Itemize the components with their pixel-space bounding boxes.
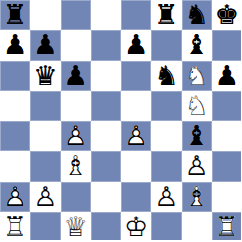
white-pawn-outline-glyph: ♙ — [0, 182, 30, 212]
square-g6[interactable]: ♞♘ — [182, 61, 212, 91]
piece-white-queen-c1[interactable]: ♛♕ — [61, 212, 91, 242]
white-rook-outline-glyph: ♖ — [212, 212, 242, 242]
square-a2[interactable]: ♟♙ — [0, 182, 30, 212]
square-b7[interactable]: ♟♙ — [30, 30, 60, 60]
white-bishop-outline-glyph: ♗ — [61, 151, 91, 181]
black-rook-outline-glyph: ♖ — [0, 0, 30, 30]
piece-white-pawn-c4[interactable]: ♟♙ — [61, 121, 91, 151]
black-pawn-outline-glyph: ♙ — [212, 61, 242, 91]
square-d1[interactable] — [91, 212, 121, 242]
white-rook-outline-glyph: ♖ — [0, 212, 30, 242]
square-e3[interactable] — [121, 151, 151, 181]
square-g2[interactable]: ♝♗ — [182, 182, 212, 212]
piece-white-rook-h1[interactable]: ♜♖ — [212, 212, 242, 242]
white-knight-outline-glyph: ♘ — [182, 91, 212, 121]
piece-white-pawn-f2[interactable]: ♟♙ — [151, 182, 181, 212]
square-c6[interactable]: ♟♙ — [61, 61, 91, 91]
square-a5[interactable] — [0, 91, 30, 121]
square-b6[interactable]: ♛♕ — [30, 61, 60, 91]
square-g3[interactable]: ♟♙ — [182, 151, 212, 181]
piece-white-pawn-a2[interactable]: ♟♙ — [0, 182, 30, 212]
piece-black-rook-a8[interactable]: ♜♖ — [0, 0, 30, 30]
piece-black-bishop-g4[interactable]: ♝♗ — [182, 121, 212, 151]
white-bishop-outline-glyph: ♗ — [182, 182, 212, 212]
square-h2[interactable] — [212, 182, 242, 212]
square-d8[interactable] — [91, 0, 121, 30]
chess-board-wrapper: ♜♖♜♖♞♘♚♔♟♙♟♙♟♙♝♗♛♕♟♙♞♘♞♘♟♙♞♘♟♙♟♙♝♗♝♗♟♙♟♙… — [0, 0, 242, 242]
piece-black-pawn-c6[interactable]: ♟♙ — [61, 61, 91, 91]
square-f7[interactable] — [151, 30, 181, 60]
square-f3[interactable] — [151, 151, 181, 181]
piece-black-queen-b6[interactable]: ♛♕ — [30, 61, 60, 91]
square-e8[interactable] — [121, 0, 151, 30]
square-b2[interactable]: ♟♙ — [30, 182, 60, 212]
white-king-outline-glyph: ♔ — [121, 212, 151, 242]
square-f5[interactable] — [151, 91, 181, 121]
piece-white-rook-a1[interactable]: ♜♖ — [0, 212, 30, 242]
black-rook-outline-glyph: ♖ — [151, 0, 181, 30]
square-a1[interactable]: ♜♖ — [0, 212, 30, 242]
piece-white-knight-g6[interactable]: ♞♘ — [182, 61, 212, 91]
piece-white-bishop-c3[interactable]: ♝♗ — [61, 151, 91, 181]
square-c7[interactable] — [61, 30, 91, 60]
square-a4[interactable] — [0, 121, 30, 151]
square-a7[interactable]: ♟♙ — [0, 30, 30, 60]
square-d3[interactable] — [91, 151, 121, 181]
square-b3[interactable] — [30, 151, 60, 181]
black-pawn-outline-glyph: ♙ — [30, 30, 60, 60]
square-d5[interactable] — [91, 91, 121, 121]
square-b1[interactable] — [30, 212, 60, 242]
square-h3[interactable] — [212, 151, 242, 181]
square-d4[interactable] — [91, 121, 121, 151]
white-knight-outline-glyph: ♘ — [182, 61, 212, 91]
black-king-outline-glyph: ♔ — [212, 0, 242, 30]
square-e2[interactable] — [121, 182, 151, 212]
square-d6[interactable] — [91, 61, 121, 91]
black-pawn-outline-glyph: ♙ — [0, 30, 30, 60]
piece-black-bishop-g7[interactable]: ♝♗ — [182, 30, 212, 60]
piece-black-pawn-e7[interactable]: ♟♙ — [121, 30, 151, 60]
white-queen-outline-glyph: ♕ — [61, 212, 91, 242]
piece-white-pawn-g3[interactable]: ♟♙ — [182, 151, 212, 181]
black-bishop-outline-glyph: ♗ — [182, 121, 212, 151]
piece-white-knight-g5[interactable]: ♞♘ — [182, 91, 212, 121]
square-e7[interactable]: ♟♙ — [121, 30, 151, 60]
black-queen-outline-glyph: ♕ — [30, 61, 60, 91]
piece-black-pawn-h6[interactable]: ♟♙ — [212, 61, 242, 91]
square-e1[interactable]: ♚♔ — [121, 212, 151, 242]
square-g8[interactable]: ♞♘ — [182, 0, 212, 30]
square-c3[interactable]: ♝♗ — [61, 151, 91, 181]
square-h6[interactable]: ♟♙ — [212, 61, 242, 91]
piece-black-knight-g8[interactable]: ♞♘ — [182, 0, 212, 30]
square-c5[interactable] — [61, 91, 91, 121]
piece-black-knight-f6[interactable]: ♞♘ — [151, 61, 181, 91]
square-f2[interactable]: ♟♙ — [151, 182, 181, 212]
square-g1[interactable] — [182, 212, 212, 242]
square-a3[interactable] — [0, 151, 30, 181]
square-c4[interactable]: ♟♙ — [61, 121, 91, 151]
white-pawn-outline-glyph: ♙ — [182, 151, 212, 181]
square-f1[interactable] — [151, 212, 181, 242]
square-g4[interactable]: ♝♗ — [182, 121, 212, 151]
square-b8[interactable] — [30, 0, 60, 30]
piece-black-king-h8[interactable]: ♚♔ — [212, 0, 242, 30]
square-b4[interactable] — [30, 121, 60, 151]
black-pawn-outline-glyph: ♙ — [61, 61, 91, 91]
piece-black-pawn-a7[interactable]: ♟♙ — [0, 30, 30, 60]
square-c8[interactable] — [61, 0, 91, 30]
square-f8[interactable]: ♜♖ — [151, 0, 181, 30]
white-pawn-outline-glyph: ♙ — [121, 121, 151, 151]
piece-white-pawn-e4[interactable]: ♟♙ — [121, 121, 151, 151]
black-knight-outline-glyph: ♘ — [182, 0, 212, 30]
square-h4[interactable] — [212, 121, 242, 151]
square-a8[interactable]: ♜♖ — [0, 0, 30, 30]
square-f6[interactable]: ♞♘ — [151, 61, 181, 91]
black-knight-outline-glyph: ♘ — [151, 61, 181, 91]
square-f4[interactable] — [151, 121, 181, 151]
square-d7[interactable] — [91, 30, 121, 60]
piece-white-pawn-b2[interactable]: ♟♙ — [30, 182, 60, 212]
square-d2[interactable] — [91, 182, 121, 212]
square-h7[interactable] — [212, 30, 242, 60]
black-pawn-outline-glyph: ♙ — [121, 30, 151, 60]
chess-board: ♜♖♜♖♞♘♚♔♟♙♟♙♟♙♝♗♛♕♟♙♞♘♞♘♟♙♞♘♟♙♟♙♝♗♝♗♟♙♟♙… — [0, 0, 242, 242]
square-e6[interactable] — [121, 61, 151, 91]
black-bishop-outline-glyph: ♗ — [182, 30, 212, 60]
square-c2[interactable] — [61, 182, 91, 212]
square-h8[interactable]: ♚♔ — [212, 0, 242, 30]
square-e4[interactable]: ♟♙ — [121, 121, 151, 151]
piece-white-king-e1[interactable]: ♚♔ — [121, 212, 151, 242]
square-h5[interactable] — [212, 91, 242, 121]
piece-white-bishop-g2[interactable]: ♝♗ — [182, 182, 212, 212]
square-g7[interactable]: ♝♗ — [182, 30, 212, 60]
square-e5[interactable] — [121, 91, 151, 121]
piece-black-rook-f8[interactable]: ♜♖ — [151, 0, 181, 30]
square-g5[interactable]: ♞♘ — [182, 91, 212, 121]
white-pawn-outline-glyph: ♙ — [151, 182, 181, 212]
square-c1[interactable]: ♛♕ — [61, 212, 91, 242]
square-b5[interactable] — [30, 91, 60, 121]
white-pawn-outline-glyph: ♙ — [30, 182, 60, 212]
square-h1[interactable]: ♜♖ — [212, 212, 242, 242]
white-pawn-outline-glyph: ♙ — [61, 121, 91, 151]
piece-black-pawn-b7[interactable]: ♟♙ — [30, 30, 60, 60]
square-a6[interactable] — [0, 61, 30, 91]
